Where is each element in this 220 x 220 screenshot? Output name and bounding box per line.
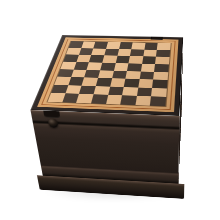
board-square-r5c3 — [84, 69, 100, 77]
board-square-r3c4 — [102, 55, 117, 62]
board-square-r4c5 — [113, 63, 128, 71]
product-photo — [0, 0, 220, 220]
board-square-r2c7 — [143, 49, 157, 56]
board-square-r8c8 — [150, 96, 166, 106]
board-square-r5c1 — [57, 68, 73, 76]
board-square-r5c6 — [125, 70, 140, 78]
board-square-r5c4 — [97, 70, 113, 78]
box-front-face — [30, 109, 179, 198]
box-lid-top — [30, 35, 183, 116]
board-square-r8c5 — [105, 95, 122, 104]
board-square-r7c3 — [79, 85, 96, 94]
board-square-r4c8 — [154, 64, 169, 72]
board-square-r3c8 — [155, 56, 169, 64]
lid-lift-notch — [150, 36, 162, 39]
board-square-r2c8 — [156, 49, 170, 56]
board-square-r1c7 — [144, 42, 158, 49]
board-square-r2c6 — [130, 49, 144, 56]
chess-box-3d — [30, 35, 183, 116]
board-square-r4c4 — [100, 62, 115, 70]
board-square-r5c5 — [111, 70, 126, 78]
board-square-r1c5 — [118, 42, 132, 49]
board-square-r1c4 — [106, 42, 120, 49]
board-square-r6c2 — [67, 77, 83, 85]
board-square-r8c4 — [90, 94, 107, 103]
board-square-r6c3 — [81, 77, 97, 86]
board-square-r7c4 — [93, 86, 109, 95]
board-square-r7c1 — [51, 84, 68, 93]
board-square-r6c4 — [95, 77, 111, 86]
board-square-r2c4 — [104, 48, 119, 55]
board-square-r5c2 — [70, 69, 86, 77]
board-square-r7c7 — [136, 87, 152, 96]
board-square-r7c2 — [64, 85, 81, 94]
knob-slot — [43, 110, 60, 118]
board-square-r8c7 — [135, 96, 151, 106]
latch-knob — [47, 118, 58, 128]
board-square-r4c6 — [127, 63, 142, 71]
board-square-r5c8 — [153, 71, 168, 79]
board-square-r3c5 — [115, 55, 130, 63]
board-square-r2c5 — [117, 48, 131, 55]
board-square-r7c6 — [122, 86, 138, 95]
board-square-r3c7 — [141, 56, 155, 64]
board-square-r8c6 — [120, 95, 136, 105]
board-square-r6c6 — [123, 78, 139, 87]
board-square-r6c8 — [152, 79, 167, 88]
board-square-r7c8 — [151, 87, 167, 96]
board-square-r3c6 — [128, 56, 143, 64]
board-square-r6c7 — [138, 79, 153, 88]
board-square-r4c7 — [140, 63, 155, 71]
chess-box — [22, 0, 203, 161]
board-square-r8c3 — [76, 94, 93, 103]
board-square-r1c8 — [157, 43, 171, 50]
board-square-r5c7 — [139, 71, 154, 79]
board-square-r6c5 — [109, 78, 125, 87]
board-square-r6c1 — [54, 76, 71, 84]
board-square-r8c2 — [61, 93, 78, 102]
board-square-r8c1 — [47, 93, 64, 102]
board-square-r7c5 — [107, 86, 123, 95]
board-square-r1c6 — [131, 42, 145, 49]
